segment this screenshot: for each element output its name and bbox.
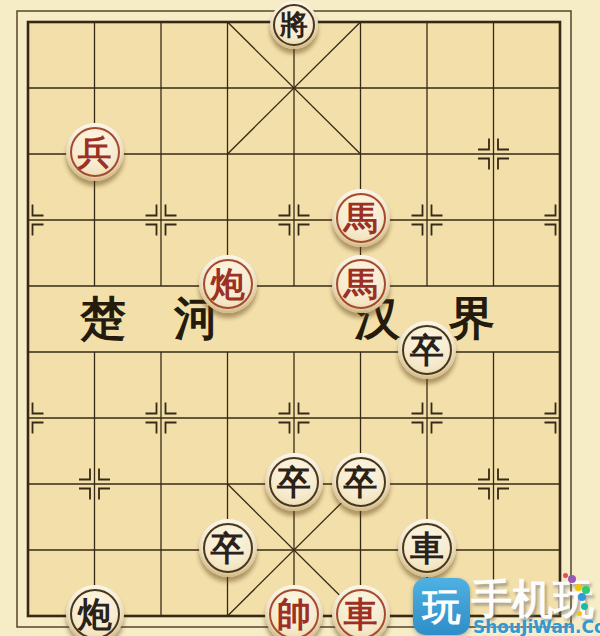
piece-red-炮[interactable]: 炮: [199, 255, 257, 313]
confetti-dot: [581, 603, 588, 610]
piece-glyph: 馬: [344, 267, 378, 301]
board-point-3-4: 炮: [194, 253, 261, 319]
piece-glyph: 兵: [78, 135, 112, 169]
board-point-6-5: 卒: [394, 319, 461, 385]
piece-glyph: 馬: [344, 201, 378, 235]
piece-glyph: 炮: [211, 267, 245, 301]
piece-red-兵[interactable]: 兵: [66, 123, 124, 181]
confetti-dot: [575, 584, 582, 591]
piece-layer: 將兵馬炮馬卒卒卒卒車炮帥車: [0, 0, 593, 636]
board-point-1-9: 炮: [61, 583, 128, 636]
watermark-brand-text: 手机玩: [471, 579, 586, 620]
piece-glyph: 車: [344, 597, 378, 631]
board-point-5-3: 馬: [327, 187, 394, 253]
watermark-app-icon: 玩: [413, 578, 470, 635]
piece-black-車[interactable]: 車: [398, 519, 456, 577]
xiangqi-board-screen: 楚 河 汉 界 將兵馬炮馬卒卒卒卒車炮帥車 玩 手机玩 ShouJiWan.Co…: [0, 0, 600, 636]
board-point-6-8: 車: [394, 517, 461, 583]
board-point-4-9: 帥: [261, 583, 328, 636]
board-point-3-8: 卒: [194, 517, 261, 583]
piece-glyph: 帥: [277, 597, 311, 631]
piece-black-卒[interactable]: 卒: [265, 453, 323, 511]
piece-red-馬[interactable]: 馬: [332, 255, 390, 313]
piece-red-車[interactable]: 車: [332, 585, 390, 636]
piece-glyph: 卒: [344, 465, 378, 499]
board-point-4-7: 卒: [261, 451, 328, 517]
board-point-1-2: 兵: [61, 121, 128, 187]
board-point-5-7: 卒: [327, 451, 394, 517]
confetti-dot: [577, 611, 582, 616]
piece-black-將[interactable]: 將: [270, 1, 318, 49]
watermark-icon-glyph: 玩: [423, 588, 461, 626]
piece-glyph: 車: [410, 531, 444, 565]
piece-glyph: 卒: [410, 333, 444, 367]
board-point-5-4: 馬: [327, 253, 394, 319]
piece-black-卒[interactable]: 卒: [398, 321, 456, 379]
confetti-dot: [563, 573, 568, 578]
piece-red-帥[interactable]: 帥: [265, 585, 323, 636]
confetti-dot: [578, 593, 586, 601]
piece-red-馬[interactable]: 馬: [332, 189, 390, 247]
board-point-5-9: 車: [327, 583, 394, 636]
piece-black-卒[interactable]: 卒: [332, 453, 390, 511]
piece-black-卒[interactable]: 卒: [199, 519, 257, 577]
piece-glyph: 將: [280, 11, 308, 39]
piece-glyph: 卒: [211, 531, 245, 565]
confetti-dot: [568, 575, 576, 583]
piece-black-炮[interactable]: 炮: [66, 585, 124, 636]
watermark-url-text: ShouJiWan.Com: [473, 617, 600, 636]
piece-glyph: 卒: [277, 465, 311, 499]
board-point-4-0: 將: [261, 0, 328, 55]
piece-glyph: 炮: [78, 597, 112, 631]
